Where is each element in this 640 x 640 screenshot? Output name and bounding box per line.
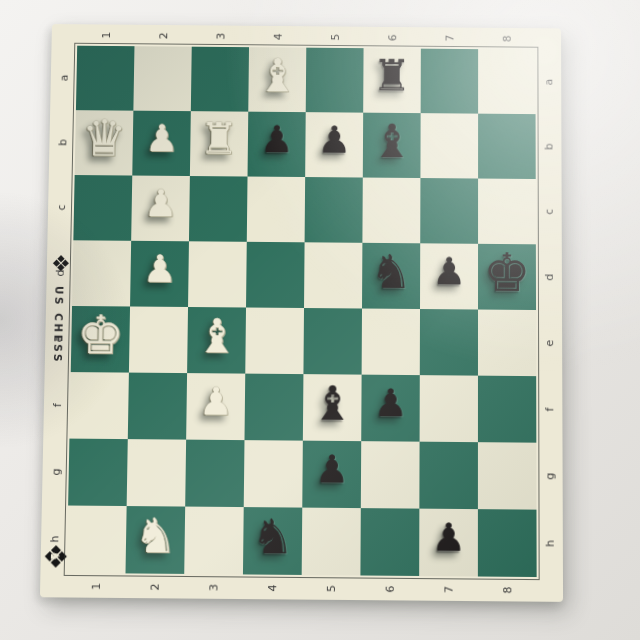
white-pawn-c2: ♟ <box>131 171 190 237</box>
square-f1 <box>69 372 128 439</box>
board-grid: ♝♜♛♟♜♟♟♝♟♟♞♟♚♚♝♟♝♟♟♞♞♟ <box>67 46 537 577</box>
square-f8 <box>478 376 536 443</box>
square-c7 <box>420 178 478 244</box>
square-g4 <box>244 440 303 507</box>
black-rook-a6: ♜ <box>363 44 421 109</box>
square-c5 <box>305 177 363 243</box>
square-d7: ♟ <box>420 243 478 309</box>
black-pawn-f6: ♟ <box>361 370 420 437</box>
black-knight-h4: ♞ <box>243 502 302 570</box>
square-e3: ♝ <box>187 307 246 374</box>
square-h2: ♞ <box>125 506 185 574</box>
square-f3: ♟ <box>186 373 245 440</box>
square-a2 <box>133 46 191 111</box>
square-b8 <box>478 114 536 179</box>
square-g6 <box>361 441 420 508</box>
black-king-d8: ♚ <box>478 239 536 305</box>
white-queen-b1: ♛ <box>75 106 134 171</box>
square-e8 <box>478 310 536 377</box>
rank-labels-bottom: 12345678 <box>66 575 536 602</box>
square-d4 <box>246 242 305 308</box>
square-e6 <box>362 309 420 376</box>
square-b5: ♟ <box>305 112 363 177</box>
white-bishop-e3: ♝ <box>187 302 246 369</box>
square-e7 <box>420 309 478 376</box>
white-pawn-f3: ♟ <box>186 368 245 435</box>
black-pawn-d7: ♟ <box>420 239 478 305</box>
square-g1 <box>68 439 128 506</box>
square-b2: ♟ <box>132 111 191 176</box>
square-a3 <box>191 47 249 112</box>
square-g7 <box>419 442 478 509</box>
square-g8 <box>478 442 537 509</box>
square-c1 <box>73 175 132 241</box>
file-labels-right: abcdefgh <box>535 50 563 578</box>
square-d1 <box>72 240 131 306</box>
white-bishop-a4: ♝ <box>248 43 306 108</box>
black-pawn-g5: ♟ <box>302 436 361 503</box>
square-g2 <box>127 439 186 506</box>
square-d3 <box>188 241 247 307</box>
square-b1: ♛ <box>75 110 134 175</box>
white-rook-b3: ♜ <box>190 107 248 172</box>
square-d8: ♚ <box>478 244 536 310</box>
square-d6: ♞ <box>362 243 420 309</box>
square-c4 <box>247 177 305 243</box>
square-a4: ♝ <box>248 47 306 112</box>
logo-knight-icon: ♞ <box>48 551 62 562</box>
square-h1 <box>67 506 127 574</box>
square-c8 <box>478 179 536 245</box>
square-b3: ♜ <box>190 111 248 176</box>
square-h6 <box>360 508 419 576</box>
square-d2: ♟ <box>130 241 189 307</box>
square-e1: ♚ <box>71 306 130 373</box>
chess-board: 12345678 12345678 abcdefgh abcdefgh ❖ US… <box>40 24 563 602</box>
square-f6: ♟ <box>361 375 420 442</box>
square-e4 <box>245 307 304 374</box>
black-knight-d6: ♞ <box>362 238 420 304</box>
square-h4: ♞ <box>243 507 302 575</box>
square-a5 <box>306 48 364 113</box>
square-c2: ♟ <box>131 176 190 242</box>
square-g5: ♟ <box>302 441 361 508</box>
white-king-e1: ♚ <box>71 301 130 368</box>
square-a1 <box>76 46 135 111</box>
white-pawn-d2: ♟ <box>130 236 189 302</box>
square-f5: ♝ <box>303 374 362 441</box>
square-c6 <box>362 178 420 244</box>
black-pawn-b5: ♟ <box>305 108 363 173</box>
square-b6: ♝ <box>363 113 421 178</box>
square-h5 <box>302 508 361 576</box>
square-e5 <box>303 308 362 375</box>
square-f2 <box>128 373 187 440</box>
square-c3 <box>189 176 248 242</box>
square-f7 <box>420 375 478 442</box>
square-a6: ♜ <box>363 48 421 113</box>
square-f4 <box>244 374 303 441</box>
white-pawn-b2: ♟ <box>132 106 191 171</box>
square-e2 <box>129 306 188 373</box>
square-h8 <box>478 509 537 577</box>
black-pawn-h7: ♟ <box>419 504 478 572</box>
square-d5 <box>304 242 362 308</box>
square-h3 <box>184 507 244 575</box>
square-g3 <box>185 440 244 507</box>
square-a7 <box>421 49 478 114</box>
photo-background: 12345678 12345678 abcdefgh abcdefgh ❖ US… <box>0 0 640 640</box>
square-b4: ♟ <box>248 112 306 177</box>
black-bishop-f5: ♝ <box>303 369 362 436</box>
square-b7 <box>420 113 478 178</box>
square-a8 <box>478 49 535 114</box>
square-h7: ♟ <box>419 509 478 577</box>
black-pawn-b4: ♟ <box>248 107 306 172</box>
black-bishop-b6: ♝ <box>363 108 421 173</box>
white-knight-h2: ♞ <box>126 501 186 569</box>
